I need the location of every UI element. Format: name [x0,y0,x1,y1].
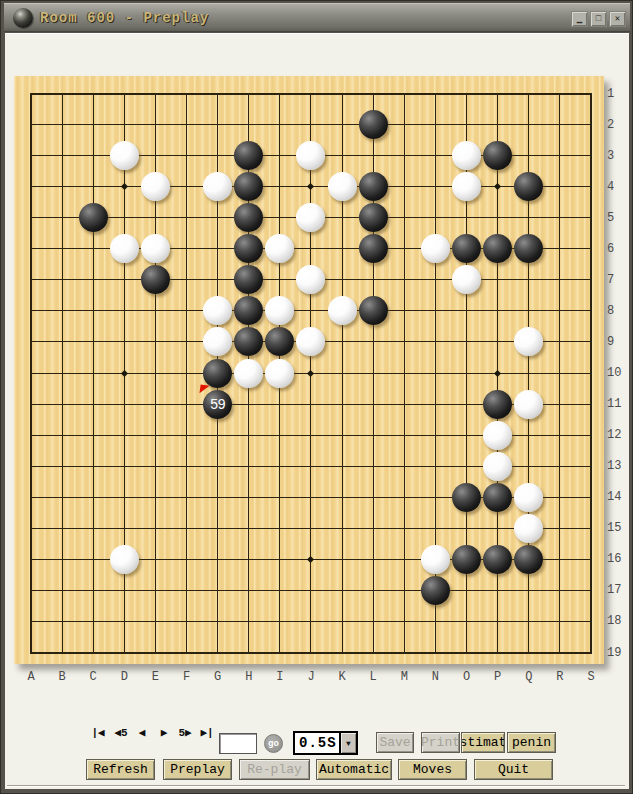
stone-white-J5 [296,203,325,232]
column-label-R: R [549,670,571,684]
stone-black-L4 [359,172,388,201]
row-label-12: 12 [607,428,627,442]
column-label-N: N [424,670,446,684]
column-label-P: P [487,670,509,684]
moves-button[interactable]: Moves [398,759,467,780]
go-board[interactable]: 59 [14,76,604,664]
stone-black-E7 [141,265,170,294]
stone-white-D16 [110,545,139,574]
grid-hline [30,528,592,529]
star-point [307,556,314,563]
close-button[interactable]: ✕ [609,11,626,27]
row-label-8: 8 [607,304,627,318]
star-point [494,369,501,376]
stone-black-L6 [359,234,388,263]
client-area: 59 ABCDEFGHIJKLMNOPQRS 12345678910111213… [5,33,629,789]
stone-black-H6 [234,234,263,263]
column-label-B: B [51,670,73,684]
stone-black-G10 [203,359,232,388]
titlebar: Room 600 - Preplay ▁ □ ✕ [4,3,630,32]
stone-white-E4 [141,172,170,201]
stone-black-P16 [483,545,512,574]
stone-white-K8 [328,296,357,325]
stone-black-P3 [483,141,512,170]
column-label-C: C [82,670,104,684]
move-number-input[interactable] [219,733,257,754]
stone-white-J3 [296,141,325,170]
row-label-10: 10 [607,366,627,380]
divider [7,785,625,787]
stone-white-D6 [110,234,139,263]
row-label-11: 11 [607,397,627,411]
column-label-Q: Q [518,670,540,684]
stone-white-K4 [328,172,357,201]
column-label-S: S [580,670,602,684]
stone-black-H3 [234,141,263,170]
nav-back-5-button[interactable]: ◀5 [110,725,132,741]
preplay-button[interactable]: Preplay [163,759,232,780]
stone-white-G4 [203,172,232,201]
opening-button[interactable]: penin [507,732,556,753]
nav-forward-5-button[interactable]: 5▶ [174,725,196,741]
row-label-7: 7 [607,273,627,287]
refresh-button[interactable]: Refresh [86,759,155,780]
grid-hline [30,621,592,622]
stone-black-I9 [265,327,294,356]
stone-black-O16 [452,545,481,574]
row-label-1: 1 [607,87,627,101]
star-point [494,183,501,190]
stone-black-G11: 59 [203,390,232,419]
stone-black-L8 [359,296,388,325]
column-label-J: J [300,670,322,684]
stone-white-J9 [296,327,325,356]
stone-white-O4 [452,172,481,201]
stone-black-C5 [79,203,108,232]
app-window: Room 600 - Preplay ▁ □ ✕ 59 ABCDEFGHIJKL… [0,0,633,794]
stone-black-P6 [483,234,512,263]
row-label-2: 2 [607,118,627,132]
stone-white-N6 [421,234,450,263]
column-label-H: H [238,670,260,684]
app-logo-icon [13,8,33,28]
stone-white-I8 [265,296,294,325]
column-label-M: M [393,670,415,684]
row-label-13: 13 [607,459,627,473]
stone-white-Q14 [514,483,543,512]
star-point [121,369,128,376]
nav-forward-button[interactable]: ▶ [153,725,175,741]
column-label-E: E [144,670,166,684]
delay-dropdown[interactable]: 0.5S ▼ [293,731,358,755]
stone-white-E6 [141,234,170,263]
stone-black-P14 [483,483,512,512]
grid-hline [30,590,592,591]
close-icon: ✕ [615,15,620,24]
grid-vline [559,93,560,654]
maximize-button[interactable]: □ [590,11,607,27]
chevron-down-icon[interactable]: ▼ [339,733,356,753]
window-title: Room 600 - Preplay [40,10,209,26]
nav-last-button[interactable]: ▶| [196,725,218,741]
row-label-6: 6 [607,242,627,256]
stone-white-Q11 [514,390,543,419]
stone-black-H9 [234,327,263,356]
move-number-label: 59 [203,390,232,419]
column-label-K: K [331,670,353,684]
stone-black-H4 [234,172,263,201]
column-label-D: D [113,670,135,684]
column-label-F: F [176,670,198,684]
column-label-G: G [207,670,229,684]
column-label-I: I [269,670,291,684]
stone-black-O6 [452,234,481,263]
stone-black-H8 [234,296,263,325]
estimate-button[interactable]: stimat [461,732,505,753]
star-point [307,183,314,190]
stone-white-Q15 [514,514,543,543]
minimize-button[interactable]: ▁ [571,11,588,27]
stone-white-J7 [296,265,325,294]
stone-white-I10 [265,359,294,388]
save-button[interactable]: Save [376,732,414,753]
delay-dropdown-value: 0.5S [295,733,339,753]
replay-button[interactable]: Re-play [239,759,310,780]
star-point [121,183,128,190]
stone-white-D3 [110,141,139,170]
stone-white-O7 [452,265,481,294]
nav-first-button[interactable]: |◀ [87,725,109,741]
print-button[interactable]: Print [421,732,460,753]
row-label-14: 14 [607,490,627,504]
grid-hline [30,652,592,654]
stone-white-P13 [483,452,512,481]
star-point [307,369,314,376]
row-label-5: 5 [607,211,627,225]
stone-white-G9 [203,327,232,356]
stone-black-N17 [421,576,450,605]
row-label-15: 15 [607,521,627,535]
stone-black-O14 [452,483,481,512]
stone-black-L2 [359,110,388,139]
minimize-icon: ▁ [577,15,582,24]
stone-black-H5 [234,203,263,232]
window-controls: ▁ □ ✕ [571,11,626,27]
quit-button[interactable]: Quit [474,759,553,780]
stone-black-Q16 [514,545,543,574]
maximize-icon: □ [596,15,601,24]
stone-white-P12 [483,421,512,450]
stone-white-N16 [421,545,450,574]
stone-white-H10 [234,359,263,388]
stone-black-Q4 [514,172,543,201]
go-button[interactable]: go [264,734,283,753]
row-label-16: 16 [607,552,627,566]
column-label-L: L [362,670,384,684]
grid-vline [590,93,592,654]
row-label-17: 17 [607,583,627,597]
grid-vline [404,93,405,654]
stone-white-G8 [203,296,232,325]
stone-black-L5 [359,203,388,232]
row-label-19: 19 [607,646,627,660]
stone-black-Q6 [514,234,543,263]
automatic-button[interactable]: Automatic [316,759,392,780]
row-label-18: 18 [607,614,627,628]
row-label-9: 9 [607,335,627,349]
stone-black-H7 [234,265,263,294]
row-label-3: 3 [607,149,627,163]
stone-white-Q9 [514,327,543,356]
column-label-O: O [456,670,478,684]
stone-black-P11 [483,390,512,419]
nav-back-button[interactable]: ◀ [131,725,153,741]
stone-white-O3 [452,141,481,170]
stone-white-I6 [265,234,294,263]
row-label-4: 4 [607,180,627,194]
column-label-A: A [20,670,42,684]
